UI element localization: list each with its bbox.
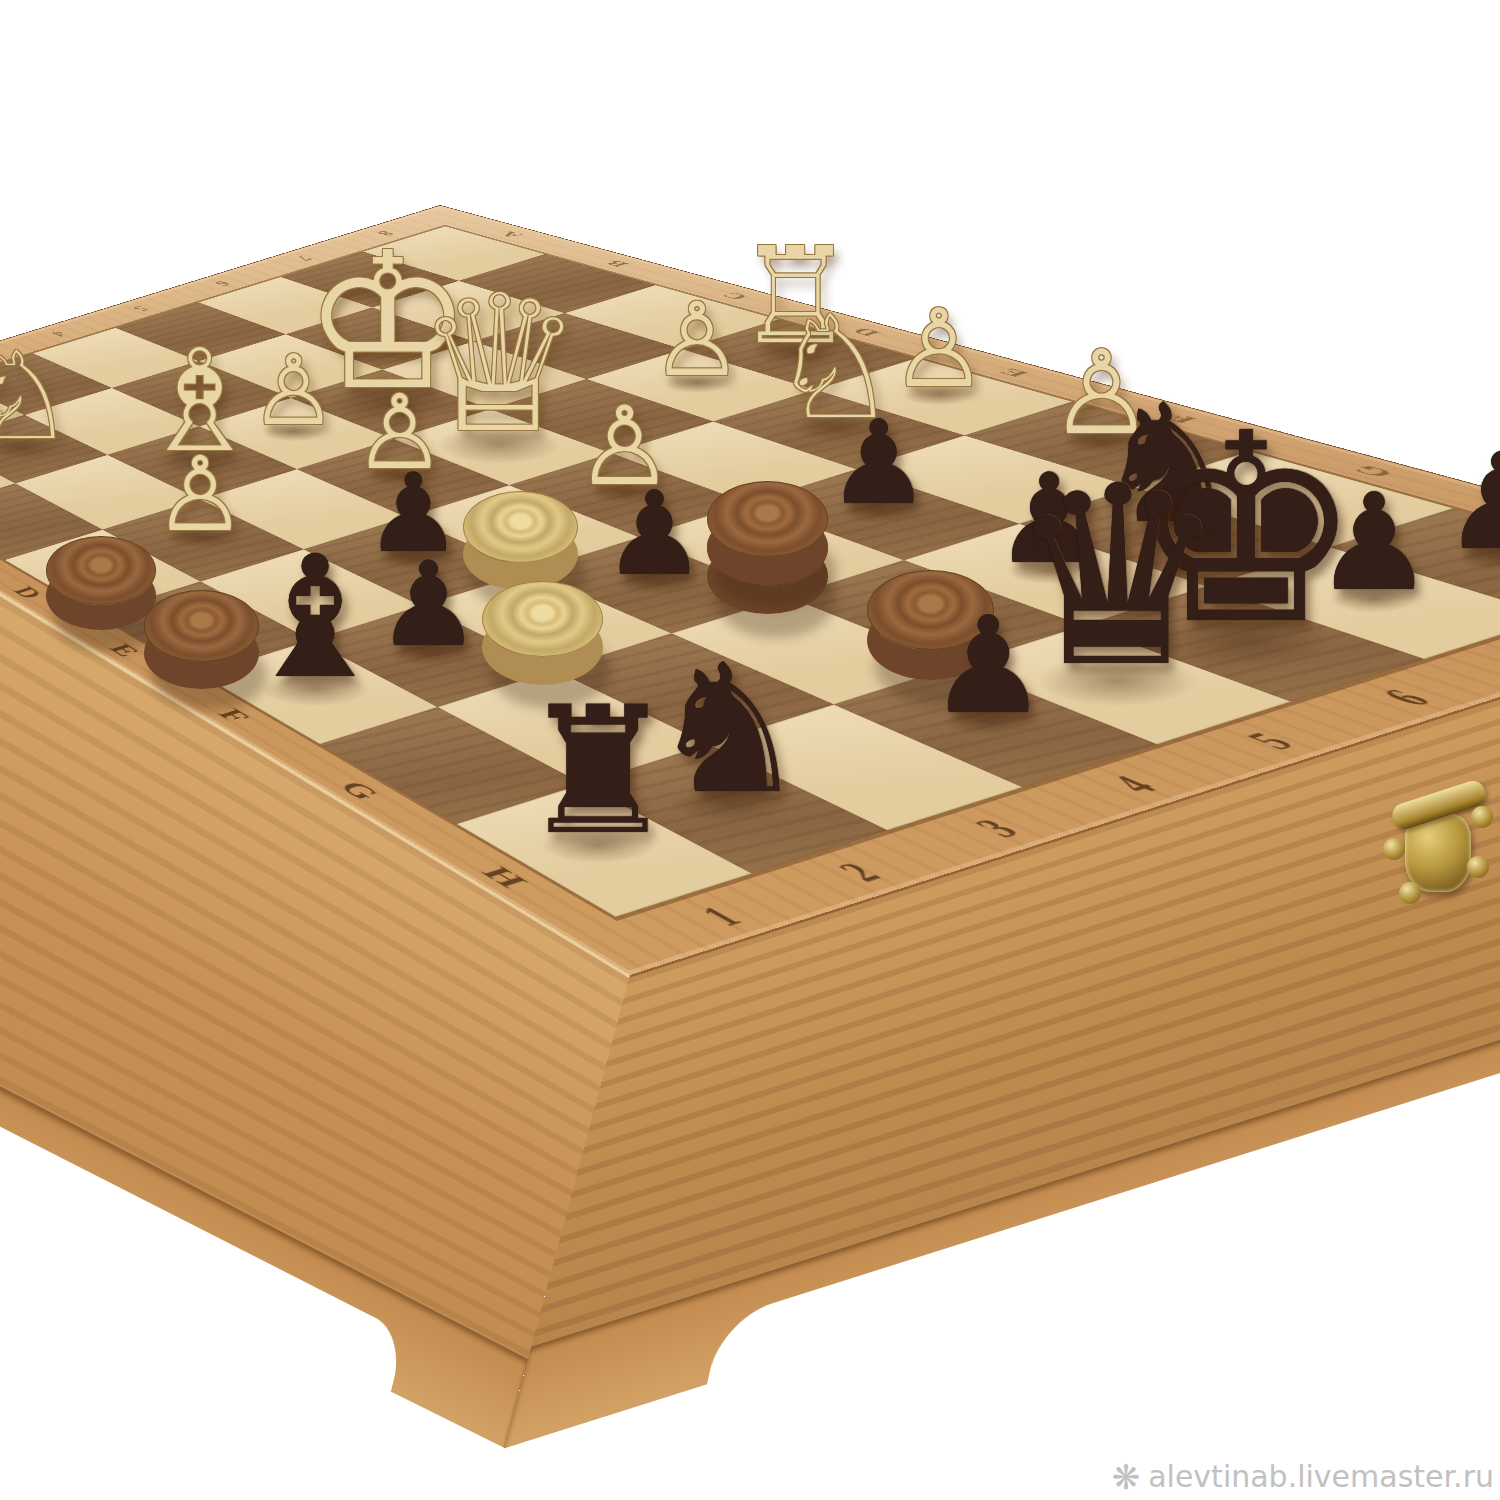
far-rank-label-5: 5 <box>128 304 154 313</box>
watermark-text: alevtinab.livemaster.ru <box>1148 1459 1494 1494</box>
piece-shadow <box>154 524 247 553</box>
piece-shadow <box>414 418 584 471</box>
photo-scene: AABBCCDDEEFFGGHH1122334455667788 ♘♗♙♙♔♙♕… <box>0 0 1500 1500</box>
far-rank-label-8: 8 <box>371 229 399 237</box>
piece-shadow <box>827 496 931 528</box>
file-label-d: D <box>7 584 50 602</box>
brass-clasp-icon <box>1383 786 1497 916</box>
rank-label-6: 6 <box>1367 684 1447 712</box>
piece-shadow <box>576 477 674 508</box>
checker-disc-dark-e1 <box>144 590 259 662</box>
clasp-floret <box>1383 838 1405 860</box>
rank-label-4: 4 <box>1097 770 1172 800</box>
piece-shadow <box>376 637 481 670</box>
checker-disc-dark-g5 <box>867 570 994 650</box>
snowflake-icon: ❋ <box>1112 1460 1141 1494</box>
piece-shadow <box>993 554 1105 589</box>
checker-disc-light-f3 <box>482 581 603 657</box>
far-rank-label-6: 6 <box>209 279 235 288</box>
piece-shadow <box>364 544 462 575</box>
far-file-label-f: F <box>1158 412 1204 426</box>
rank-label-2: 2 <box>826 856 895 888</box>
piece-shadow <box>602 566 706 598</box>
rank-label-3: 3 <box>962 813 1034 844</box>
piece-shadow <box>890 379 987 409</box>
piece-shadow <box>770 407 899 447</box>
checker-disc-light-e4 <box>463 491 578 563</box>
far-file-label-a: A <box>495 230 528 240</box>
piece-shadow <box>1314 581 1435 619</box>
far-file-label-g: G <box>1344 463 1401 480</box>
far-file-label-d: D <box>845 326 886 338</box>
piece-shadow <box>239 665 391 712</box>
piece-shadow <box>1006 646 1229 715</box>
piece-shadow <box>736 334 856 371</box>
far-rank-label-4: 4 <box>46 329 71 338</box>
base-trim <box>504 929 1500 1448</box>
watermark: ❋ alevtinab.livemaster.ru <box>1112 1459 1494 1494</box>
file-label-f: F <box>211 706 259 726</box>
piece-shadow <box>928 703 1049 741</box>
far-file-label-c: C <box>716 290 754 301</box>
piece-shadow <box>1095 511 1243 557</box>
far-file-label-e: E <box>992 366 1036 379</box>
clasp-floret <box>1471 806 1493 828</box>
piece-shadow <box>250 418 337 445</box>
far-rank-label-7: 7 <box>290 254 317 263</box>
piece-shadow <box>1049 426 1153 458</box>
clasp-floret <box>1467 856 1489 878</box>
far-file-label-b: B <box>600 259 634 269</box>
clasp-floret <box>1399 882 1421 904</box>
piece-shadow <box>649 779 809 829</box>
piece-shadow <box>303 376 473 429</box>
rank-label-1: 1 <box>689 900 755 933</box>
rank-label-5: 5 <box>1232 727 1310 756</box>
checker-disc-dark-d1 <box>46 536 156 605</box>
file-label-e: E <box>102 641 147 660</box>
